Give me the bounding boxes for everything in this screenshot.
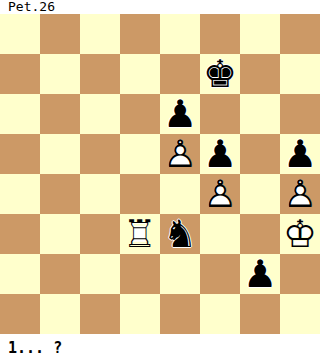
square-f6[interactable] bbox=[200, 94, 240, 134]
square-c2[interactable] bbox=[80, 254, 120, 294]
square-b5[interactable] bbox=[40, 134, 80, 174]
white-rook-piece: ♜♖ bbox=[120, 214, 160, 254]
square-g1[interactable] bbox=[240, 294, 280, 334]
chess-board: ♚♟♟♙♟♟♟♙♟♙♜♖♞♚♔♟ bbox=[0, 14, 320, 334]
black-knight-piece: ♞ bbox=[160, 214, 200, 254]
square-a8[interactable] bbox=[0, 14, 40, 54]
square-f3[interactable] bbox=[200, 214, 240, 254]
square-g5[interactable] bbox=[240, 134, 280, 174]
square-c8[interactable] bbox=[80, 14, 120, 54]
square-d4[interactable] bbox=[120, 174, 160, 214]
square-d7[interactable] bbox=[120, 54, 160, 94]
square-h4[interactable]: ♟♙ bbox=[280, 174, 320, 214]
black-pawn-piece: ♟ bbox=[280, 134, 320, 174]
black-king-piece: ♚ bbox=[200, 54, 240, 94]
square-g8[interactable] bbox=[240, 14, 280, 54]
square-b3[interactable] bbox=[40, 214, 80, 254]
square-a7[interactable] bbox=[0, 54, 40, 94]
square-h1[interactable] bbox=[280, 294, 320, 334]
square-a1[interactable] bbox=[0, 294, 40, 334]
move-prompt: 1... ? bbox=[8, 338, 62, 358]
square-f7[interactable]: ♚ bbox=[200, 54, 240, 94]
puzzle-title: Pet.26 bbox=[8, 0, 55, 14]
square-h7[interactable] bbox=[280, 54, 320, 94]
square-c6[interactable] bbox=[80, 94, 120, 134]
square-b4[interactable] bbox=[40, 174, 80, 214]
square-h8[interactable] bbox=[280, 14, 320, 54]
square-a4[interactable] bbox=[0, 174, 40, 214]
square-h3[interactable]: ♚♔ bbox=[280, 214, 320, 254]
square-b6[interactable] bbox=[40, 94, 80, 134]
square-g3[interactable] bbox=[240, 214, 280, 254]
square-e2[interactable] bbox=[160, 254, 200, 294]
square-b7[interactable] bbox=[40, 54, 80, 94]
square-c3[interactable] bbox=[80, 214, 120, 254]
square-c7[interactable] bbox=[80, 54, 120, 94]
square-e6[interactable]: ♟ bbox=[160, 94, 200, 134]
black-pawn-piece: ♟ bbox=[200, 134, 240, 174]
square-d1[interactable] bbox=[120, 294, 160, 334]
square-f1[interactable] bbox=[200, 294, 240, 334]
square-g4[interactable] bbox=[240, 174, 280, 214]
square-e3[interactable]: ♞ bbox=[160, 214, 200, 254]
black-pawn-piece: ♟ bbox=[240, 254, 280, 294]
square-h2[interactable] bbox=[280, 254, 320, 294]
square-f8[interactable] bbox=[200, 14, 240, 54]
square-g7[interactable] bbox=[240, 54, 280, 94]
white-pawn-piece: ♟♙ bbox=[200, 174, 240, 214]
square-d5[interactable] bbox=[120, 134, 160, 174]
square-f2[interactable] bbox=[200, 254, 240, 294]
square-c5[interactable] bbox=[80, 134, 120, 174]
white-pawn-piece: ♟♙ bbox=[160, 134, 200, 174]
square-d6[interactable] bbox=[120, 94, 160, 134]
square-f5[interactable]: ♟ bbox=[200, 134, 240, 174]
square-d8[interactable] bbox=[120, 14, 160, 54]
square-b8[interactable] bbox=[40, 14, 80, 54]
square-b1[interactable] bbox=[40, 294, 80, 334]
square-h6[interactable] bbox=[280, 94, 320, 134]
square-d3[interactable]: ♜♖ bbox=[120, 214, 160, 254]
square-f4[interactable]: ♟♙ bbox=[200, 174, 240, 214]
square-e1[interactable] bbox=[160, 294, 200, 334]
square-g6[interactable] bbox=[240, 94, 280, 134]
square-c4[interactable] bbox=[80, 174, 120, 214]
square-g2[interactable]: ♟ bbox=[240, 254, 280, 294]
square-a2[interactable] bbox=[0, 254, 40, 294]
square-e4[interactable] bbox=[160, 174, 200, 214]
square-a5[interactable] bbox=[0, 134, 40, 174]
square-e8[interactable] bbox=[160, 14, 200, 54]
square-b2[interactable] bbox=[40, 254, 80, 294]
square-c1[interactable] bbox=[80, 294, 120, 334]
square-d2[interactable] bbox=[120, 254, 160, 294]
square-e5[interactable]: ♟♙ bbox=[160, 134, 200, 174]
black-pawn-piece: ♟ bbox=[160, 94, 200, 134]
square-h5[interactable]: ♟ bbox=[280, 134, 320, 174]
white-king-piece: ♚♔ bbox=[280, 214, 320, 254]
white-pawn-piece: ♟♙ bbox=[280, 174, 320, 214]
square-a6[interactable] bbox=[0, 94, 40, 134]
square-a3[interactable] bbox=[0, 214, 40, 254]
square-e7[interactable] bbox=[160, 54, 200, 94]
